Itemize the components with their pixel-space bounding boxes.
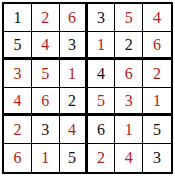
cell-r6c1[interactable]: 6: [4, 144, 32, 172]
cell-r4c1[interactable]: 4: [4, 88, 32, 116]
sudoku-page: 126354543126351462462531234615615243: [0, 0, 175, 176]
cell-r5c1[interactable]: 2: [4, 116, 32, 144]
cell-r4c2[interactable]: 6: [32, 88, 60, 116]
cell-r2c4[interactable]: 1: [88, 32, 116, 60]
cell-r3c6[interactable]: 2: [143, 60, 171, 88]
cell-r4c6[interactable]: 1: [143, 88, 171, 116]
cell-r4c4[interactable]: 5: [88, 88, 116, 116]
cell-r2c6[interactable]: 6: [143, 32, 171, 60]
cell-r4c3[interactable]: 2: [60, 88, 88, 116]
cell-r2c3[interactable]: 3: [60, 32, 88, 60]
cell-r1c3[interactable]: 6: [60, 4, 88, 32]
cell-r6c3[interactable]: 5: [60, 144, 88, 172]
cell-r5c5[interactable]: 1: [115, 116, 143, 144]
cell-r2c5[interactable]: 2: [115, 32, 143, 60]
cell-r5c4[interactable]: 6: [88, 116, 116, 144]
cell-r2c2[interactable]: 4: [32, 32, 60, 60]
cell-r2c1[interactable]: 5: [4, 32, 32, 60]
cell-r6c4[interactable]: 2: [88, 144, 116, 172]
cell-r4c5[interactable]: 3: [115, 88, 143, 116]
cell-r1c2[interactable]: 2: [32, 4, 60, 32]
cell-r1c5[interactable]: 5: [115, 4, 143, 32]
cell-r5c3[interactable]: 4: [60, 116, 88, 144]
cell-r6c2[interactable]: 1: [32, 144, 60, 172]
cell-r6c6[interactable]: 3: [143, 144, 171, 172]
cell-r6c5[interactable]: 4: [115, 144, 143, 172]
cell-r3c3[interactable]: 1: [60, 60, 88, 88]
cell-r3c2[interactable]: 5: [32, 60, 60, 88]
cell-r1c1[interactable]: 1: [4, 4, 32, 32]
cell-r1c6[interactable]: 4: [143, 4, 171, 32]
cell-r1c4[interactable]: 3: [88, 4, 116, 32]
cell-r5c6[interactable]: 5: [143, 116, 171, 144]
sudoku-board: 126354543126351462462531234615615243: [2, 2, 173, 174]
cell-r5c2[interactable]: 3: [32, 116, 60, 144]
cell-r3c5[interactable]: 6: [115, 60, 143, 88]
cell-r3c4[interactable]: 4: [88, 60, 116, 88]
cell-r3c1[interactable]: 3: [4, 60, 32, 88]
